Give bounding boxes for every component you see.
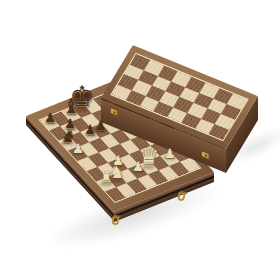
piece-white-pawn-a5[interactable]: ♟	[69, 142, 88, 155]
brass-latch-icon	[110, 107, 119, 118]
piece-white-pawn-g2[interactable]: ♟	[160, 147, 179, 160]
brass-hook-icon	[177, 191, 186, 201]
chess-set-photo: ♟♝♚♟♞♟♟♟♟♜♞♟♛♟	[0, 0, 280, 280]
piece-black-pawn-a8[interactable]: ♟	[41, 111, 60, 124]
piece-white-rook-a2[interactable]: ♜	[96, 170, 117, 185]
brass-hook-icon	[111, 216, 119, 226]
piece-black-pawn-c6[interactable]: ♟	[81, 123, 100, 136]
brass-latch-icon	[201, 150, 210, 161]
piece-white-pawn-d2[interactable]: ♟	[129, 160, 148, 173]
piece-black-bishop-c8[interactable]: ♝	[58, 96, 84, 116]
